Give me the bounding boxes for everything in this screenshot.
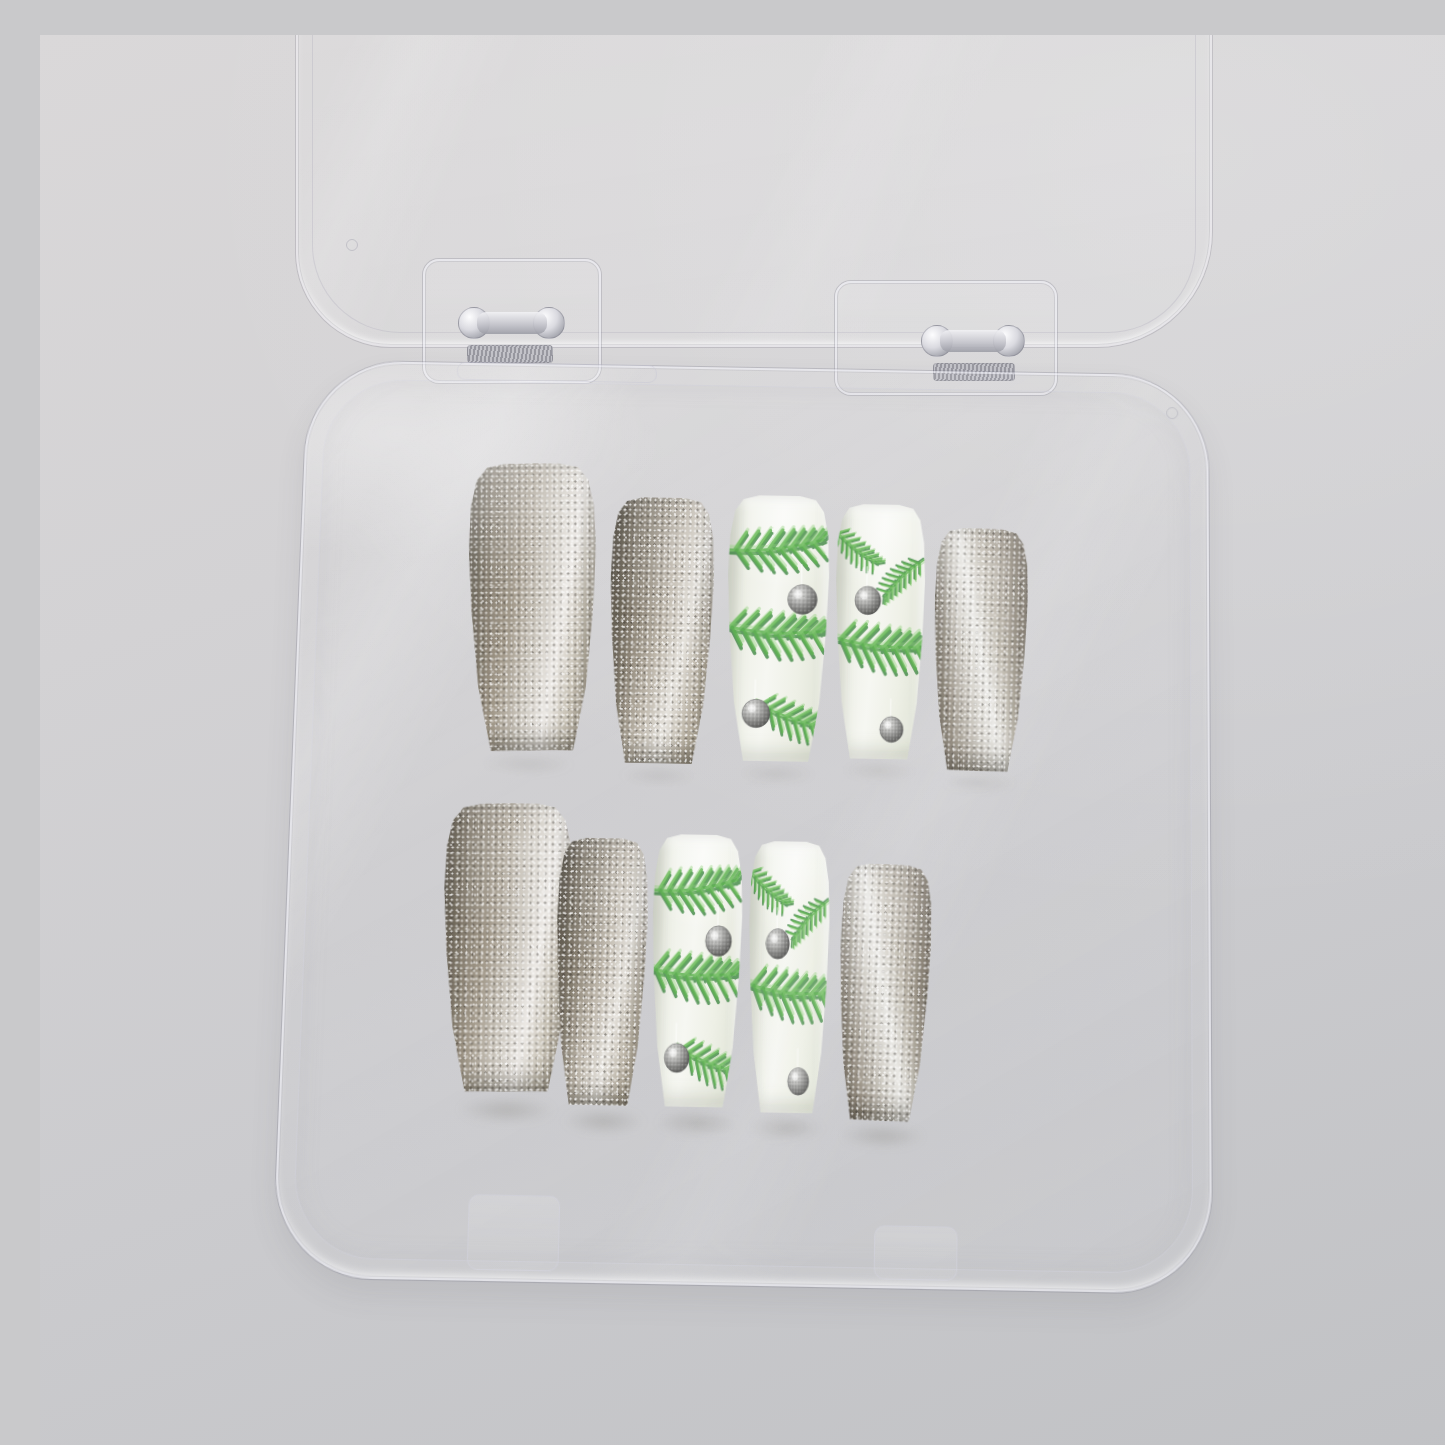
molding-dimple (346, 239, 358, 251)
nail-r1c4 (834, 504, 926, 760)
nail-r1c3 (725, 495, 831, 762)
pine-art (746, 841, 831, 1114)
hinge-barrel (940, 330, 1006, 352)
nail-r2c3 (649, 834, 744, 1108)
nail-r2c4 (746, 841, 831, 1114)
hinge-barrel (477, 312, 547, 334)
product-photo (40, 35, 1445, 1445)
pine-art (834, 504, 926, 760)
hinge-pin (467, 345, 553, 363)
nail-r1c2 (606, 497, 715, 764)
latch-tab-left (467, 1194, 561, 1271)
lid-latch-slot (457, 362, 657, 383)
molding-dimple (1166, 407, 1178, 419)
nail-r1c1 (468, 463, 596, 752)
case-base (272, 360, 1212, 1294)
latch-tab-right (874, 1225, 958, 1281)
nail-r2c1 (441, 803, 573, 1092)
pine-art (725, 495, 831, 762)
pine-art (649, 834, 744, 1108)
